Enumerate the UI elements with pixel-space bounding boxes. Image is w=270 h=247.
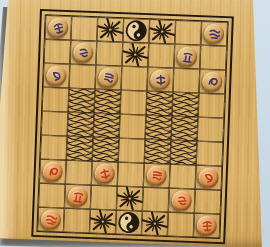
piece-blue-wolf[interactable] [150,69,171,90]
cell-g7[interactable] [199,69,226,94]
cell-b5[interactable] [67,112,94,137]
trap-sunburst-icon [141,211,168,236]
leopard-glyph [150,169,163,182]
wolf-glyph [154,73,167,86]
piece-red-lion[interactable] [196,215,217,236]
cell-e3[interactable] [143,163,170,188]
cell-a4[interactable] [40,135,67,160]
piece-red-leopard[interactable] [146,165,167,186]
cell-d3[interactable] [117,162,144,187]
cell-c3[interactable] [91,161,118,186]
cell-a7[interactable] [43,63,70,88]
cell-f2[interactable] [168,188,195,213]
cell-g5[interactable] [197,117,224,142]
cell-c1[interactable] [89,209,116,234]
cell-e5[interactable] [145,115,172,140]
piece-blue-tiger[interactable] [204,23,225,44]
piece-blue-cat[interactable] [177,46,198,67]
cell-g6[interactable] [198,93,225,118]
cell-f5[interactable] [171,116,198,141]
piece-blue-leopard[interactable] [98,67,119,88]
cell-d2[interactable] [116,186,143,211]
cell-b3[interactable] [65,160,92,185]
cell-d7[interactable] [121,66,148,91]
cell-e8[interactable] [148,43,175,68]
piece-blue-rat[interactable] [46,65,67,86]
cell-c8[interactable] [96,41,123,66]
water-pattern [145,115,172,140]
tiger-glyph [207,27,220,40]
lion-glyph [52,21,65,34]
cell-g4[interactable] [196,141,223,166]
den-yin-yang-icon [115,210,142,235]
cell-d9[interactable] [123,18,150,43]
wolf-glyph [98,167,111,180]
board-grid [36,14,228,239]
rat-glyph [202,171,215,184]
trap-sunburst-icon [149,19,176,44]
cell-f3[interactable] [169,164,196,189]
water-pattern [67,112,94,137]
cell-d8[interactable] [122,42,149,67]
cell-b2[interactable] [64,184,91,209]
cat-glyph [181,50,194,63]
piece-red-cat[interactable] [67,186,88,207]
cell-a3[interactable] [39,159,66,184]
cell-a8[interactable] [44,39,71,64]
cell-e7[interactable] [147,67,174,92]
piece-blue-elephant[interactable] [202,71,223,92]
trap-sunburst-icon [122,42,149,67]
cell-g8[interactable] [200,45,227,70]
cell-f9[interactable] [175,20,202,45]
water-pattern [92,137,119,162]
elephant-glyph [46,165,59,178]
cell-b9[interactable] [71,16,98,41]
piece-red-tiger[interactable] [41,209,62,230]
trap-sunburst-icon [97,17,124,42]
leopard-glyph [102,71,115,84]
cell-d6[interactable] [120,90,147,115]
cell-e2[interactable] [142,187,169,212]
cell-f8[interactable] [174,44,201,69]
trap-sunburst-icon [116,186,143,211]
cell-c6[interactable] [94,89,121,114]
lion-glyph [200,219,213,232]
water-pattern [170,140,197,165]
cell-g2[interactable] [194,189,221,214]
cell-a9[interactable] [45,15,72,40]
water-pattern [93,113,120,138]
piece-red-wolf[interactable] [94,163,115,184]
elephant-glyph [206,75,219,88]
piece-blue-dog[interactable] [73,42,94,63]
cell-e6[interactable] [146,91,173,116]
cell-b4[interactable] [66,136,93,161]
water-pattern [144,139,171,164]
cell-a2[interactable] [38,183,65,208]
cell-a6[interactable] [42,87,69,112]
water-pattern [146,91,173,116]
cell-c2[interactable] [90,185,117,210]
water-pattern [68,88,95,113]
wooden-board [0,0,270,247]
piece-blue-lion[interactable] [48,17,69,38]
cell-f6[interactable] [172,92,199,117]
cell-c5[interactable] [93,113,120,138]
cell-g1[interactable] [193,213,220,238]
cell-g9[interactable] [201,21,228,46]
dog-glyph [77,46,90,59]
den-yin-yang-icon [123,18,150,43]
cell-b8[interactable] [70,40,97,65]
cell-e9[interactable] [149,19,176,44]
cell-c7[interactable] [95,65,122,90]
water-pattern [94,89,121,114]
cell-f7[interactable] [173,68,200,93]
cat-glyph [71,190,84,203]
cell-b1[interactable] [63,208,90,233]
tiger-glyph [44,213,57,226]
cell-a1[interactable] [37,207,64,232]
cell-c4[interactable] [92,137,119,162]
cell-d5[interactable] [119,114,146,139]
cell-b7[interactable] [69,64,96,89]
cell-f4[interactable] [170,140,197,165]
water-pattern [171,116,198,141]
cell-b6[interactable] [68,88,95,113]
cell-g3[interactable] [195,165,222,190]
rat-glyph [50,69,63,82]
cell-d4[interactable] [118,138,145,163]
water-pattern [172,92,199,117]
cell-e1[interactable] [141,211,168,236]
board-frame [31,9,234,244]
piece-red-dog[interactable] [171,190,192,211]
cell-e4[interactable] [144,139,171,164]
cell-a5[interactable] [41,111,68,136]
piece-red-elephant[interactable] [42,161,63,182]
cell-f1[interactable] [167,212,194,237]
cell-c9[interactable] [97,17,124,42]
trap-sunburst-icon [89,209,116,234]
dog-glyph [175,194,188,207]
piece-red-rat[interactable] [198,167,219,188]
photo-scene [0,0,270,247]
cell-d1[interactable] [115,210,142,235]
water-pattern [66,136,93,161]
